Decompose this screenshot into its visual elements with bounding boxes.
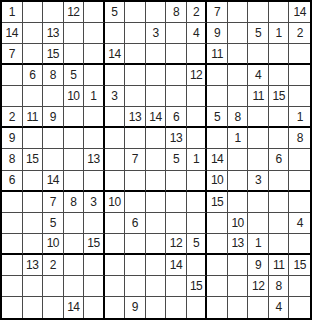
cell-r13c6-empty[interactable]: [105, 255, 126, 276]
cell-r15c4-given: 14: [64, 297, 85, 318]
cell-r5c12-empty[interactable]: [228, 86, 249, 107]
cell-r11c12-given: 10: [228, 213, 249, 234]
cell-r2c5-empty[interactable]: [84, 23, 105, 44]
cell-r6c2-given: 11: [23, 107, 44, 128]
cell-r7c10-empty[interactable]: [187, 128, 208, 149]
cell-r5c1-empty[interactable]: [2, 86, 23, 107]
cell-r6c12-given: 8: [228, 107, 249, 128]
cell-r12c12-given: 13: [228, 234, 249, 255]
cell-r15c7-given: 9: [125, 297, 146, 318]
cell-r15c13-empty[interactable]: [248, 297, 269, 318]
cell-r4c8-empty[interactable]: [146, 65, 167, 86]
cell-r3c10-empty[interactable]: [187, 44, 208, 65]
cell-r6c15-given: 1: [289, 107, 310, 128]
cell-r11c10-empty[interactable]: [187, 213, 208, 234]
cell-r10c13-empty[interactable]: [248, 192, 269, 213]
cell-r3c3-given: 15: [43, 44, 64, 65]
cell-r10c10-empty[interactable]: [187, 192, 208, 213]
cell-r2c1-given: 14: [2, 23, 23, 44]
cell-r15c5-empty[interactable]: [84, 297, 105, 318]
cell-r7c15-given: 8: [289, 128, 310, 149]
cell-r11c8-empty[interactable]: [146, 213, 167, 234]
cell-r9c2-empty[interactable]: [23, 171, 44, 192]
cell-r12c13-given: 1: [248, 234, 269, 255]
cell-r5c11-empty[interactable]: [207, 86, 228, 107]
cell-r13c10-empty[interactable]: [187, 255, 208, 276]
cell-r12c4-empty[interactable]: [64, 234, 85, 255]
cell-r6c14-empty[interactable]: [269, 107, 290, 128]
cell-r7c7-empty[interactable]: [125, 128, 146, 149]
cell-r3c9-empty[interactable]: [166, 44, 187, 65]
cell-r1c2-empty[interactable]: [23, 2, 44, 23]
cell-r11c7-given: 6: [125, 213, 146, 234]
cell-r4c11-empty[interactable]: [207, 65, 228, 86]
cell-r9c1-given: 6: [2, 171, 23, 192]
cell-r6c9-given: 6: [166, 107, 187, 128]
cell-r14c2-empty[interactable]: [23, 276, 44, 297]
cell-r10c1-empty[interactable]: [2, 192, 23, 213]
cell-r5c10-empty[interactable]: [187, 86, 208, 107]
cell-r8c10-given: 1: [187, 149, 208, 170]
cell-r4c4-given: 5: [64, 65, 85, 86]
cell-r2c10-given: 4: [187, 23, 208, 44]
cell-r3c4-empty[interactable]: [64, 44, 85, 65]
cell-r7c1-given: 9: [2, 128, 23, 149]
cell-r7c5-empty[interactable]: [84, 128, 105, 149]
cell-r13c14-given: 11: [269, 255, 290, 276]
cell-r1c7-empty[interactable]: [125, 2, 146, 23]
cell-r7c8-empty[interactable]: [146, 128, 167, 149]
cell-r1c11-given: 7: [207, 2, 228, 23]
cell-r4c13-given: 4: [248, 65, 269, 86]
sudoku-board: 1125827141413349512715141168512410131115…: [0, 0, 312, 320]
cell-r1c4-given: 12: [64, 2, 85, 23]
cell-r3c13-empty[interactable]: [248, 44, 269, 65]
cell-r11c5-empty[interactable]: [84, 213, 105, 234]
cell-r13c11-empty[interactable]: [207, 255, 228, 276]
cell-r13c13-given: 9: [248, 255, 269, 276]
cell-r8c8-empty[interactable]: [146, 149, 167, 170]
cell-r8c13-empty[interactable]: [248, 149, 269, 170]
cell-r4c12-empty[interactable]: [228, 65, 249, 86]
cell-r12c6-empty[interactable]: [105, 234, 126, 255]
cell-r15c11-empty[interactable]: [207, 297, 228, 318]
cell-r3c14-empty[interactable]: [269, 44, 290, 65]
cell-r3c15-empty[interactable]: [289, 44, 310, 65]
cell-r2c7-empty[interactable]: [125, 23, 146, 44]
cell-r15c14-given: 4: [269, 297, 290, 318]
cell-r2c14-given: 1: [269, 23, 290, 44]
cell-r15c9-empty[interactable]: [166, 297, 187, 318]
cell-r9c13-given: 3: [248, 171, 269, 192]
cell-r2c15-given: 2: [289, 23, 310, 44]
cell-r6c5-empty[interactable]: [84, 107, 105, 128]
cell-r2c8-given: 3: [146, 23, 167, 44]
cell-r10c6-given: 10: [105, 192, 126, 213]
cell-r12c3-given: 10: [43, 234, 64, 255]
cell-r13c5-empty[interactable]: [84, 255, 105, 276]
cell-r2c11-given: 9: [207, 23, 228, 44]
cell-r5c15-empty[interactable]: [289, 86, 310, 107]
cell-r14c10-given: 15: [187, 276, 208, 297]
cell-r6c11-given: 5: [207, 107, 228, 128]
cell-r8c4-empty[interactable]: [64, 149, 85, 170]
cell-r14c1-empty[interactable]: [2, 276, 23, 297]
cell-r15c6-empty[interactable]: [105, 297, 126, 318]
cell-r11c15-given: 4: [289, 213, 310, 234]
cell-r10c14-empty[interactable]: [269, 192, 290, 213]
cell-r14c15-empty[interactable]: [289, 276, 310, 297]
cell-r5c9-empty[interactable]: [166, 86, 187, 107]
cell-r10c12-empty[interactable]: [228, 192, 249, 213]
cell-r4c3-given: 8: [43, 65, 64, 86]
cell-r10c2-empty[interactable]: [23, 192, 44, 213]
cell-r14c11-empty[interactable]: [207, 276, 228, 297]
cell-r1c6-given: 5: [105, 2, 126, 23]
cell-r1c10-given: 2: [187, 2, 208, 23]
cell-r10c11-given: 15: [207, 192, 228, 213]
cell-r14c6-empty[interactable]: [105, 276, 126, 297]
cell-r3c8-empty[interactable]: [146, 44, 167, 65]
cell-r5c13-given: 11: [248, 86, 269, 107]
cell-r8c6-empty[interactable]: [105, 149, 126, 170]
cell-r12c14-empty[interactable]: [269, 234, 290, 255]
cell-r8c2-given: 15: [23, 149, 44, 170]
cell-r3c7-empty[interactable]: [125, 44, 146, 65]
cell-r11c6-empty[interactable]: [105, 213, 126, 234]
cell-r6c6-empty[interactable]: [105, 107, 126, 128]
cell-r1c9-given: 8: [166, 2, 187, 23]
cell-r6c8-given: 14: [146, 107, 167, 128]
cell-r15c10-empty[interactable]: [187, 297, 208, 318]
cell-r12c10-given: 5: [187, 234, 208, 255]
cell-r12c1-empty[interactable]: [2, 234, 23, 255]
cell-r7c2-empty[interactable]: [23, 128, 44, 149]
cell-r12c15-empty[interactable]: [289, 234, 310, 255]
cell-r1c12-empty[interactable]: [228, 2, 249, 23]
cell-r6c4-empty[interactable]: [64, 107, 85, 128]
cell-r7c14-empty[interactable]: [269, 128, 290, 149]
cell-r15c8-empty[interactable]: [146, 297, 167, 318]
cell-r5c7-empty[interactable]: [125, 86, 146, 107]
cell-r1c13-empty[interactable]: [248, 2, 269, 23]
cell-r3c2-empty[interactable]: [23, 44, 44, 65]
cell-r7c9-given: 13: [166, 128, 187, 149]
cell-r8c15-empty[interactable]: [289, 149, 310, 170]
cell-r13c7-empty[interactable]: [125, 255, 146, 276]
cell-r14c12-empty[interactable]: [228, 276, 249, 297]
cell-r9c7-empty[interactable]: [125, 171, 146, 192]
cell-r7c3-empty[interactable]: [43, 128, 64, 149]
cell-r10c5-given: 3: [84, 192, 105, 213]
cell-r9c11-given: 10: [207, 171, 228, 192]
cell-r2c6-empty[interactable]: [105, 23, 126, 44]
cell-r9c15-empty[interactable]: [289, 171, 310, 192]
cell-r9c12-empty[interactable]: [228, 171, 249, 192]
cell-r11c4-empty[interactable]: [64, 213, 85, 234]
cell-r7c11-empty[interactable]: [207, 128, 228, 149]
cell-r2c9-empty[interactable]: [166, 23, 187, 44]
cell-r1c1-given: 1: [2, 2, 23, 23]
cell-r8c1-given: 8: [2, 149, 23, 170]
cell-r13c2-given: 13: [23, 255, 44, 276]
cell-r4c1-empty[interactable]: [2, 65, 23, 86]
cell-r6c1-given: 2: [2, 107, 23, 128]
cell-r7c12-given: 1: [228, 128, 249, 149]
cell-r10c3-given: 7: [43, 192, 64, 213]
cell-r2c4-empty[interactable]: [64, 23, 85, 44]
cell-r4c15-empty[interactable]: [289, 65, 310, 86]
cell-r14c14-given: 8: [269, 276, 290, 297]
cell-r13c9-given: 14: [166, 255, 187, 276]
cell-r1c3-empty[interactable]: [43, 2, 64, 23]
cell-r14c13-given: 12: [248, 276, 269, 297]
cell-r12c2-empty[interactable]: [23, 234, 44, 255]
cell-r13c1-empty[interactable]: [2, 255, 23, 276]
cell-r8c12-empty[interactable]: [228, 149, 249, 170]
cell-r8c3-empty[interactable]: [43, 149, 64, 170]
cell-r8c11-given: 14: [207, 149, 228, 170]
cell-r5c8-empty[interactable]: [146, 86, 167, 107]
cell-r11c14-empty[interactable]: [269, 213, 290, 234]
cell-r15c12-empty[interactable]: [228, 297, 249, 318]
cell-r4c6-empty[interactable]: [105, 65, 126, 86]
cell-r11c3-given: 5: [43, 213, 64, 234]
cell-r1c8-empty[interactable]: [146, 2, 167, 23]
cell-r13c15-given: 15: [289, 255, 310, 276]
cell-r8c9-given: 5: [166, 149, 187, 170]
cell-r10c4-given: 8: [64, 192, 85, 213]
cell-r11c9-empty[interactable]: [166, 213, 187, 234]
cell-r9c3-given: 14: [43, 171, 64, 192]
cell-r10c8-empty[interactable]: [146, 192, 167, 213]
cell-r9c4-empty[interactable]: [64, 171, 85, 192]
cell-r1c5-empty[interactable]: [84, 2, 105, 23]
cell-r8c5-given: 13: [84, 149, 105, 170]
cell-r11c11-empty[interactable]: [207, 213, 228, 234]
cell-r12c7-empty[interactable]: [125, 234, 146, 255]
cell-r6c10-empty[interactable]: [187, 107, 208, 128]
cell-r7c6-empty[interactable]: [105, 128, 126, 149]
cell-r4c14-empty[interactable]: [269, 65, 290, 86]
cell-r3c1-given: 7: [2, 44, 23, 65]
cell-r9c6-empty[interactable]: [105, 171, 126, 192]
cell-r5c5-given: 1: [84, 86, 105, 107]
cell-r7c4-empty[interactable]: [64, 128, 85, 149]
cell-r6c13-empty[interactable]: [248, 107, 269, 128]
cell-r9c9-empty[interactable]: [166, 171, 187, 192]
cell-r11c2-empty[interactable]: [23, 213, 44, 234]
cell-r1c14-empty[interactable]: [269, 2, 290, 23]
cell-r14c3-empty[interactable]: [43, 276, 64, 297]
cell-r9c10-empty[interactable]: [187, 171, 208, 192]
cell-r5c14-given: 15: [269, 86, 290, 107]
cell-r10c15-empty[interactable]: [289, 192, 310, 213]
cell-r5c4-given: 10: [64, 86, 85, 107]
cell-r8c14-given: 6: [269, 149, 290, 170]
cell-r4c2-given: 6: [23, 65, 44, 86]
cell-r7c13-empty[interactable]: [248, 128, 269, 149]
cell-r15c15-empty[interactable]: [289, 297, 310, 318]
cell-r5c2-empty[interactable]: [23, 86, 44, 107]
cell-r4c9-empty[interactable]: [166, 65, 187, 86]
cell-r14c7-empty[interactable]: [125, 276, 146, 297]
cell-r11c1-empty[interactable]: [2, 213, 23, 234]
cell-r12c11-empty[interactable]: [207, 234, 228, 255]
cell-r14c8-empty[interactable]: [146, 276, 167, 297]
cell-r8c7-given: 7: [125, 149, 146, 170]
cell-r10c7-empty[interactable]: [125, 192, 146, 213]
cell-r6c3-given: 9: [43, 107, 64, 128]
cell-r2c3-given: 13: [43, 23, 64, 44]
cell-r4c7-empty[interactable]: [125, 65, 146, 86]
cell-r3c5-empty[interactable]: [84, 44, 105, 65]
cell-r2c13-given: 5: [248, 23, 269, 44]
cell-r12c5-given: 15: [84, 234, 105, 255]
cell-r13c8-empty[interactable]: [146, 255, 167, 276]
cell-r13c12-empty[interactable]: [228, 255, 249, 276]
cell-r12c8-empty[interactable]: [146, 234, 167, 255]
cell-r15c1-empty[interactable]: [2, 297, 23, 318]
cell-r13c4-empty[interactable]: [64, 255, 85, 276]
cell-r14c9-empty[interactable]: [166, 276, 187, 297]
cell-r2c2-empty[interactable]: [23, 23, 44, 44]
cell-r2c12-empty[interactable]: [228, 23, 249, 44]
cell-r11c13-empty[interactable]: [248, 213, 269, 234]
cell-r10c9-empty[interactable]: [166, 192, 187, 213]
cell-r4c10-given: 12: [187, 65, 208, 86]
cell-r15c3-empty[interactable]: [43, 297, 64, 318]
cell-r5c3-empty[interactable]: [43, 86, 64, 107]
cell-r9c8-empty[interactable]: [146, 171, 167, 192]
cell-r1c15-given: 14: [289, 2, 310, 23]
cell-r12c9-given: 12: [166, 234, 187, 255]
cell-r4c5-empty[interactable]: [84, 65, 105, 86]
cell-r5c6-given: 3: [105, 86, 126, 107]
cell-r14c4-empty[interactable]: [64, 276, 85, 297]
cell-r3c6-given: 14: [105, 44, 126, 65]
cell-r9c14-empty[interactable]: [269, 171, 290, 192]
cell-r9c5-empty[interactable]: [84, 171, 105, 192]
cell-r3c11-given: 11: [207, 44, 228, 65]
cell-r15c2-empty[interactable]: [23, 297, 44, 318]
cell-r3c12-empty[interactable]: [228, 44, 249, 65]
cell-r14c5-empty[interactable]: [84, 276, 105, 297]
cell-r13c3-given: 2: [43, 255, 64, 276]
cell-r6c7-given: 13: [125, 107, 146, 128]
